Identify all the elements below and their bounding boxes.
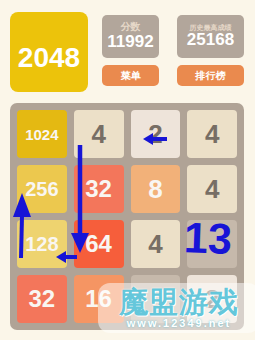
best-score-value: 25168: [187, 31, 234, 49]
menu-button[interactable]: 菜单: [102, 65, 159, 86]
best-score-box: 历史最高成绩 25168: [177, 15, 244, 58]
game-logo: 2048: [10, 12, 88, 92]
tile-64: 64: [74, 220, 124, 268]
tile-2: 2: [131, 110, 181, 158]
tile-4: 4: [187, 165, 237, 213]
score-box: 分数 11992: [102, 15, 159, 58]
score-value: 11992: [107, 33, 153, 51]
tile-32: 32: [74, 165, 124, 213]
watermark-url: www.12349.net: [127, 318, 231, 329]
tile-1024: 1024: [17, 110, 67, 158]
tile-128: 128: [17, 220, 67, 268]
empty-cell-r3c4: [187, 220, 237, 268]
tile-4: 4: [187, 110, 237, 158]
tile-4: 4: [74, 110, 124, 158]
leaderboard-button[interactable]: 排行榜: [177, 65, 244, 86]
tile-4: 4: [131, 220, 181, 268]
2048-app: 2048 分数 11992 历史最高成绩 25168 菜单 排行榜 102442…: [0, 0, 255, 340]
watermark: 魔盟游戏 www.12349.net: [98, 283, 255, 333]
tile-32: 32: [17, 275, 67, 323]
tile-256: 256: [17, 165, 67, 213]
tile-8: 8: [131, 165, 181, 213]
watermark-title: 魔盟游戏: [119, 288, 239, 317]
